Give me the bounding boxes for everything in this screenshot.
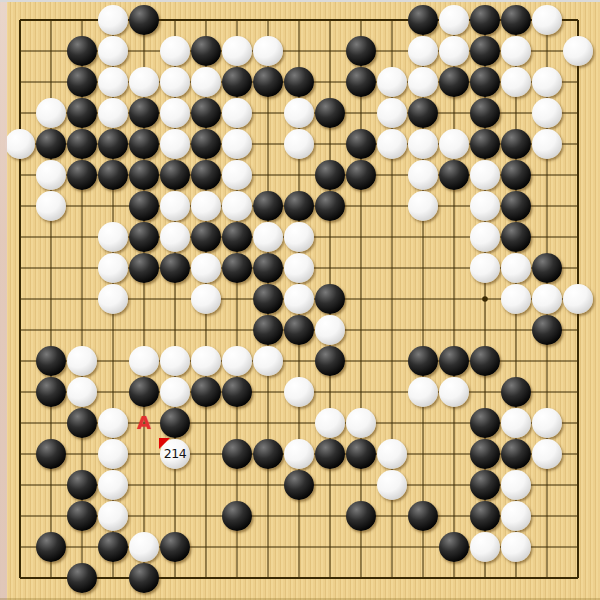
stone-white[interactable]	[98, 67, 128, 97]
stone-black[interactable]	[191, 222, 221, 252]
stone-black[interactable]	[222, 253, 252, 283]
stone-black[interactable]	[470, 346, 500, 376]
stone-white[interactable]	[532, 5, 562, 35]
stone-black[interactable]	[36, 346, 66, 376]
stone-white[interactable]	[532, 98, 562, 128]
stone-black[interactable]	[36, 129, 66, 159]
stone-black[interactable]	[315, 98, 345, 128]
stone-white[interactable]	[67, 377, 97, 407]
stone-black[interactable]	[346, 439, 376, 469]
stone-white[interactable]	[191, 253, 221, 283]
stone-black[interactable]	[160, 408, 190, 438]
stone-white[interactable]	[408, 377, 438, 407]
stone-white[interactable]	[284, 377, 314, 407]
stone-white[interactable]	[501, 501, 531, 531]
stone-white[interactable]	[408, 129, 438, 159]
stone-white[interactable]	[315, 315, 345, 345]
stone-white[interactable]	[253, 222, 283, 252]
stone-black[interactable]	[532, 315, 562, 345]
stone-white[interactable]	[160, 129, 190, 159]
stone-black[interactable]	[532, 253, 562, 283]
stone-white[interactable]	[439, 377, 469, 407]
stone-white[interactable]	[129, 67, 159, 97]
stone-black[interactable]	[160, 253, 190, 283]
stone-white[interactable]	[377, 470, 407, 500]
stone-white[interactable]	[532, 67, 562, 97]
stone-white[interactable]	[98, 98, 128, 128]
stone-white[interactable]	[439, 129, 469, 159]
stone-white[interactable]	[284, 98, 314, 128]
stone-black[interactable]	[470, 408, 500, 438]
stone-black[interactable]	[160, 532, 190, 562]
stone-white[interactable]	[532, 439, 562, 469]
stone-white[interactable]	[129, 346, 159, 376]
stone-black[interactable]	[470, 129, 500, 159]
stone-black[interactable]	[67, 129, 97, 159]
stone-white[interactable]	[563, 36, 593, 66]
annotation-letter-a: A	[129, 408, 159, 438]
stone-white[interactable]	[501, 470, 531, 500]
stone-black[interactable]	[470, 470, 500, 500]
stone-black[interactable]	[315, 439, 345, 469]
stone-white[interactable]	[501, 67, 531, 97]
stone-white[interactable]	[408, 191, 438, 221]
stone-black[interactable]	[408, 5, 438, 35]
stone-white[interactable]	[160, 222, 190, 252]
stone-black[interactable]	[315, 191, 345, 221]
stone-white[interactable]	[284, 284, 314, 314]
stone-white[interactable]	[532, 129, 562, 159]
stone-white[interactable]	[98, 5, 128, 35]
stone-white[interactable]	[191, 191, 221, 221]
stone-white[interactable]	[284, 129, 314, 159]
stone-black[interactable]	[408, 98, 438, 128]
stone-white[interactable]	[470, 253, 500, 283]
stone-black[interactable]	[222, 377, 252, 407]
stone-white[interactable]	[98, 284, 128, 314]
stone-white[interactable]	[98, 439, 128, 469]
stone-black[interactable]	[470, 98, 500, 128]
stone-black[interactable]	[98, 532, 128, 562]
stone-white[interactable]	[222, 129, 252, 159]
stone-white[interactable]	[470, 222, 500, 252]
stone-white[interactable]	[501, 408, 531, 438]
stone-black[interactable]	[501, 129, 531, 159]
stone-black[interactable]	[346, 501, 376, 531]
stone-black[interactable]	[129, 160, 159, 190]
stone-white[interactable]	[98, 222, 128, 252]
stone-white[interactable]	[36, 160, 66, 190]
stone-black[interactable]	[36, 439, 66, 469]
stone-white[interactable]	[160, 36, 190, 66]
stone-white[interactable]	[501, 36, 531, 66]
stone-black[interactable]	[346, 160, 376, 190]
stone-black[interactable]	[98, 160, 128, 190]
stone-black[interactable]	[129, 98, 159, 128]
stone-black[interactable]	[67, 408, 97, 438]
stone-black[interactable]	[408, 501, 438, 531]
stone-white[interactable]	[160, 98, 190, 128]
stone-black[interactable]	[253, 191, 283, 221]
stone-black[interactable]	[191, 36, 221, 66]
stone-white[interactable]	[98, 36, 128, 66]
stone-white[interactable]	[532, 284, 562, 314]
stone-white[interactable]	[222, 346, 252, 376]
stone-white[interactable]	[377, 129, 407, 159]
stone-white[interactable]	[346, 408, 376, 438]
stone-black[interactable]	[315, 284, 345, 314]
stone-black[interactable]	[98, 129, 128, 159]
stone-white[interactable]	[98, 408, 128, 438]
stone-black[interactable]	[284, 315, 314, 345]
stone-black[interactable]	[501, 160, 531, 190]
stone-white[interactable]	[160, 377, 190, 407]
stone-black[interactable]	[67, 160, 97, 190]
stone-black[interactable]	[129, 191, 159, 221]
stone-black[interactable]	[129, 222, 159, 252]
stone-white[interactable]	[532, 408, 562, 438]
stone-black[interactable]	[67, 470, 97, 500]
stone-white[interactable]	[5, 129, 35, 159]
stone-black[interactable]	[346, 36, 376, 66]
stone-black[interactable]	[284, 191, 314, 221]
stone-black[interactable]	[439, 160, 469, 190]
stone-white[interactable]	[191, 284, 221, 314]
stone-black[interactable]	[501, 222, 531, 252]
stone-white[interactable]	[67, 346, 97, 376]
stone-black[interactable]	[470, 501, 500, 531]
stone-white[interactable]	[377, 98, 407, 128]
stone-black[interactable]	[67, 563, 97, 593]
stone-black[interactable]	[253, 253, 283, 283]
stone-black[interactable]	[284, 470, 314, 500]
stone-black[interactable]	[408, 346, 438, 376]
stone-white[interactable]	[408, 67, 438, 97]
stone-white[interactable]	[408, 36, 438, 66]
stone-white[interactable]	[315, 408, 345, 438]
stone-black[interactable]	[470, 5, 500, 35]
stone-black[interactable]	[222, 67, 252, 97]
stone-white[interactable]	[98, 253, 128, 283]
stone-black[interactable]	[222, 501, 252, 531]
stone-black[interactable]	[439, 67, 469, 97]
stone-white[interactable]	[160, 346, 190, 376]
stone-black[interactable]	[160, 160, 190, 190]
stone-black[interactable]	[315, 160, 345, 190]
stone-black[interactable]	[191, 98, 221, 128]
stone-white[interactable]	[501, 253, 531, 283]
stone-black[interactable]	[253, 284, 283, 314]
stone-black[interactable]	[470, 36, 500, 66]
stone-white[interactable]	[222, 160, 252, 190]
stone-white[interactable]	[36, 98, 66, 128]
stone-black[interactable]	[439, 346, 469, 376]
stone-black[interactable]	[222, 439, 252, 469]
stone-black[interactable]	[67, 501, 97, 531]
stone-white[interactable]	[470, 191, 500, 221]
stone-black[interactable]	[67, 36, 97, 66]
stone-black[interactable]	[501, 439, 531, 469]
stone-white[interactable]	[377, 67, 407, 97]
stone-white[interactable]	[160, 67, 190, 97]
stone-white[interactable]	[563, 284, 593, 314]
stone-black[interactable]	[346, 129, 376, 159]
stone-white[interactable]	[377, 439, 407, 469]
stone-black[interactable]	[501, 191, 531, 221]
stone-black[interactable]	[501, 377, 531, 407]
go-game-screenshot: A 214	[0, 0, 600, 600]
stone-black[interactable]	[67, 98, 97, 128]
stone-white[interactable]	[470, 532, 500, 562]
stone-black[interactable]	[501, 5, 531, 35]
stone-black[interactable]	[191, 377, 221, 407]
window-left-edge	[0, 0, 7, 600]
stone-black[interactable]	[253, 67, 283, 97]
stone-black[interactable]	[36, 377, 66, 407]
stone-white[interactable]	[439, 36, 469, 66]
stone-black[interactable]	[470, 439, 500, 469]
stone-black[interactable]	[284, 67, 314, 97]
stone-white[interactable]	[98, 470, 128, 500]
stone-white[interactable]	[470, 160, 500, 190]
last-move-triangle-icon	[159, 438, 170, 449]
stone-black[interactable]	[315, 346, 345, 376]
stone-black[interactable]	[346, 67, 376, 97]
stone-white[interactable]	[501, 532, 531, 562]
stone-black[interactable]	[470, 67, 500, 97]
stone-black[interactable]	[253, 315, 283, 345]
stone-black[interactable]	[129, 129, 159, 159]
stone-white[interactable]	[408, 160, 438, 190]
stone-white[interactable]	[284, 253, 314, 283]
stone-black[interactable]	[129, 5, 159, 35]
stone-white[interactable]	[98, 501, 128, 531]
stone-black[interactable]	[253, 439, 283, 469]
stone-white[interactable]	[284, 222, 314, 252]
stone-white[interactable]	[439, 5, 469, 35]
stone-white[interactable]	[253, 36, 283, 66]
stone-black[interactable]	[222, 222, 252, 252]
stone-white[interactable]	[501, 284, 531, 314]
stone-white[interactable]	[253, 346, 283, 376]
window-top-edge	[0, 0, 600, 2]
stone-black[interactable]	[129, 377, 159, 407]
stone-black[interactable]	[129, 253, 159, 283]
stone-white[interactable]	[160, 191, 190, 221]
stone-black[interactable]	[129, 563, 159, 593]
stone-white[interactable]	[129, 532, 159, 562]
stone-white[interactable]	[284, 439, 314, 469]
stone-white[interactable]	[191, 346, 221, 376]
stone-black[interactable]	[439, 532, 469, 562]
stone-white[interactable]	[222, 98, 252, 128]
stone-white[interactable]	[222, 191, 252, 221]
stone-black[interactable]	[191, 160, 221, 190]
stone-black[interactable]	[36, 532, 66, 562]
stone-black[interactable]	[67, 67, 97, 97]
stone-white[interactable]	[36, 191, 66, 221]
stone-black[interactable]	[191, 129, 221, 159]
stone-white[interactable]	[191, 67, 221, 97]
stone-white[interactable]	[222, 36, 252, 66]
